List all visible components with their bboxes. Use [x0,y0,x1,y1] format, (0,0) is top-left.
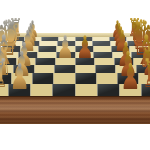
square-e4: ♟ [55,58,75,65]
square-e5: ♟ [75,58,95,65]
white-pawn-icon: ♟ [56,32,74,63]
board-row-file-h: ♜♟♟♜ [0,84,150,97]
white-pawn-icon: ♟ [10,59,30,95]
black-pawn-icon: ♟ [76,32,94,63]
square-h7: ♟ [119,84,141,97]
square-h5 [75,84,97,97]
square-h3 [31,84,53,97]
white-rook-icon: ♜ [0,56,9,95]
square-h2: ♟ [9,84,31,97]
square-f4 [55,65,75,74]
square-g5 [75,73,96,84]
square-f3 [34,65,54,74]
square-h6 [97,84,119,97]
chess-board: ♜♟♟♜♞♟♟♞♝♟♟♝♛♟♟♛♚♟♟♚♝♟♟♝♞♟♟♞♜♟♟♜ [0,37,150,97]
square-g6 [96,73,117,84]
square-g4 [54,73,75,84]
square-h4 [53,84,75,97]
chess-set-photo: ♜♟♟♜♞♟♟♞♝♟♟♝♛♟♟♛♚♟♟♚♝♟♟♝♞♟♟♞♜♟♟♜ [0,0,150,150]
black-pawn-icon: ♟ [120,59,140,95]
square-e3 [36,58,56,65]
square-f6 [95,65,115,74]
square-g3 [33,73,54,84]
square-h1: ♜ [0,84,9,97]
black-rook-icon: ♜ [141,56,150,95]
rosewood-frame [0,96,150,124]
square-f5 [75,65,95,74]
square-h8: ♜ [141,84,150,97]
square-e6 [95,58,115,65]
